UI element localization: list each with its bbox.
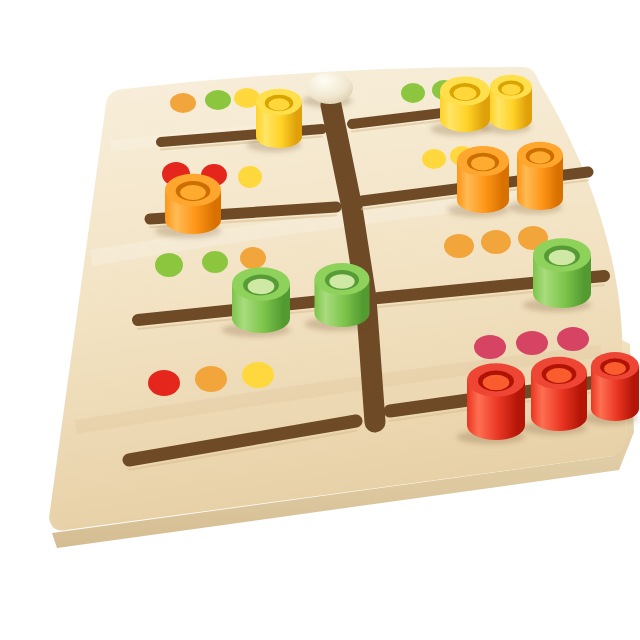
dot-green-R1 (401, 83, 425, 103)
peg-cup-bottom (483, 375, 510, 390)
dot-pink-R4 (557, 327, 589, 351)
peg-cup-bottom (471, 157, 495, 171)
peg-cup-bottom (180, 185, 206, 200)
dot-pink-R4 (516, 331, 548, 355)
dot-orange-R3 (481, 230, 511, 254)
peg-cup-bottom (501, 84, 520, 95)
dot-green-L1 (205, 90, 231, 110)
dot-orange-L3 (240, 247, 266, 269)
dot-green-L3 (202, 251, 228, 273)
dot-yellow-L4 (242, 362, 274, 388)
centre-knob-dome[interactable] (307, 72, 353, 104)
peg-cup-bottom (604, 362, 626, 375)
dot-orange-L1 (170, 93, 196, 113)
dot-yellow-L2 (238, 166, 262, 188)
dot-green-L3 (155, 253, 183, 277)
peg-cup-bottom (529, 151, 550, 163)
peg-cup-bottom (546, 368, 572, 383)
peg-cup-bottom (329, 274, 354, 289)
board-scene (0, 0, 640, 640)
dot-pink-R4 (474, 335, 506, 359)
peg-cup-bottom (268, 98, 289, 110)
peg-cup-bottom (549, 250, 576, 265)
product-photo-stage (0, 0, 640, 640)
dot-red-L4 (148, 370, 180, 396)
dot-orange-L4 (195, 366, 227, 392)
dot-yellow-R2 (422, 149, 446, 169)
dot-orange-R3 (444, 234, 474, 258)
peg-cup-bottom (454, 87, 477, 100)
peg-cup-bottom (248, 279, 275, 294)
